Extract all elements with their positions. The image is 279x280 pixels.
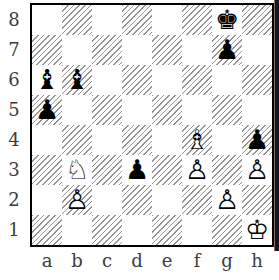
rank-label-4: 4 (0, 125, 28, 155)
square-c2[interactable] (92, 185, 122, 215)
piece-white-pawn-b2[interactable]: ♟♙ (62, 185, 92, 215)
square-f6[interactable] (182, 65, 212, 95)
square-h8[interactable] (242, 5, 272, 35)
square-b8[interactable] (62, 5, 92, 35)
square-f8[interactable] (182, 5, 212, 35)
square-f2[interactable] (182, 185, 212, 215)
square-d6[interactable] (122, 65, 152, 95)
square-a2[interactable] (32, 185, 62, 215)
square-a6[interactable]: ♝ (32, 65, 62, 95)
file-label-e: e (152, 246, 182, 276)
square-g8[interactable]: ♚ (212, 5, 242, 35)
file-label-f: f (182, 246, 212, 276)
square-d1[interactable] (122, 215, 152, 245)
square-b3[interactable]: ♞♘ (62, 155, 92, 185)
square-f7[interactable] (182, 35, 212, 65)
square-b7[interactable] (62, 35, 92, 65)
square-d4[interactable] (122, 125, 152, 155)
rank-label-5: 5 (0, 95, 28, 125)
square-g5[interactable] (212, 95, 242, 125)
rank-label-2: 2 (0, 185, 28, 215)
white-pawn-glyph: ♙ (62, 185, 92, 215)
square-c8[interactable] (92, 5, 122, 35)
square-c5[interactable] (92, 95, 122, 125)
square-b5[interactable] (62, 95, 92, 125)
piece-white-knight-b3[interactable]: ♞♘ (62, 155, 92, 185)
square-c6[interactable] (92, 65, 122, 95)
black-pawn-glyph: ♟ (242, 125, 272, 155)
rank-label-7: 7 (0, 35, 28, 65)
board-frame: ♚♟♝♝♟♝♗♟♞♘♟♟♙♟♙♟♙♟♙♚♔ (30, 3, 274, 247)
square-f5[interactable] (182, 95, 212, 125)
square-d8[interactable] (122, 5, 152, 35)
square-e4[interactable] (152, 125, 182, 155)
chess-diagram: 87654321 ♚♟♝♝♟♝♗♟♞♘♟♟♙♟♙♟♙♟♙♚♔ abcdefgh (0, 0, 279, 280)
square-g2[interactable]: ♟♙ (212, 185, 242, 215)
file-label-g: g (212, 246, 242, 276)
square-b1[interactable] (62, 215, 92, 245)
white-bishop-glyph: ♗ (182, 125, 212, 155)
piece-white-bishop-f4[interactable]: ♝♗ (182, 125, 212, 155)
chess-board: ♚♟♝♝♟♝♗♟♞♘♟♟♙♟♙♟♙♟♙♚♔ (32, 5, 272, 245)
file-label-c: c (92, 246, 122, 276)
black-king-glyph: ♚ (212, 5, 242, 35)
square-a1[interactable] (32, 215, 62, 245)
square-e1[interactable] (152, 215, 182, 245)
square-e5[interactable] (152, 95, 182, 125)
square-h2[interactable] (242, 185, 272, 215)
square-a3[interactable] (32, 155, 62, 185)
square-c4[interactable] (92, 125, 122, 155)
piece-black-pawn-a5[interactable]: ♟ (32, 95, 62, 125)
square-b4[interactable] (62, 125, 92, 155)
rank-label-6: 6 (0, 65, 28, 95)
square-d2[interactable] (122, 185, 152, 215)
black-bishop-glyph: ♝ (62, 65, 92, 95)
square-c3[interactable] (92, 155, 122, 185)
file-label-a: a (32, 246, 62, 276)
piece-black-pawn-h4[interactable]: ♟ (242, 125, 272, 155)
square-a4[interactable] (32, 125, 62, 155)
square-d7[interactable] (122, 35, 152, 65)
square-g4[interactable] (212, 125, 242, 155)
square-h1[interactable]: ♚♔ (242, 215, 272, 245)
page-edge-strip (274, 0, 279, 251)
black-bishop-glyph: ♝ (32, 65, 62, 95)
piece-white-pawn-f3[interactable]: ♟♙ (182, 155, 212, 185)
file-label-d: d (122, 246, 152, 276)
black-pawn-glyph: ♟ (32, 95, 62, 125)
square-g3[interactable] (212, 155, 242, 185)
square-d3[interactable]: ♟ (122, 155, 152, 185)
black-pawn-glyph: ♟ (122, 155, 152, 185)
black-pawn-glyph: ♟ (212, 35, 242, 65)
square-a5[interactable]: ♟ (32, 95, 62, 125)
square-d5[interactable] (122, 95, 152, 125)
square-g1[interactable] (212, 215, 242, 245)
square-e2[interactable] (152, 185, 182, 215)
white-knight-glyph: ♘ (62, 155, 92, 185)
square-e8[interactable] (152, 5, 182, 35)
square-h7[interactable] (242, 35, 272, 65)
square-c1[interactable] (92, 215, 122, 245)
square-e6[interactable] (152, 65, 182, 95)
square-e7[interactable] (152, 35, 182, 65)
square-h3[interactable]: ♟♙ (242, 155, 272, 185)
piece-black-pawn-g7[interactable]: ♟ (212, 35, 242, 65)
rank-label-1: 1 (0, 215, 28, 245)
piece-white-pawn-h3[interactable]: ♟♙ (242, 155, 272, 185)
white-pawn-glyph: ♙ (242, 155, 272, 185)
piece-white-king-h1[interactable]: ♚♔ (242, 215, 272, 245)
piece-black-bishop-a6[interactable]: ♝ (32, 65, 62, 95)
white-pawn-glyph: ♙ (212, 185, 242, 215)
square-c7[interactable] (92, 35, 122, 65)
piece-black-pawn-d3[interactable]: ♟ (122, 155, 152, 185)
square-h4[interactable]: ♟ (242, 125, 272, 155)
square-f3[interactable]: ♟♙ (182, 155, 212, 185)
file-label-h: h (242, 246, 272, 276)
square-f1[interactable] (182, 215, 212, 245)
white-pawn-glyph: ♙ (182, 155, 212, 185)
square-a8[interactable] (32, 5, 62, 35)
rank-label-3: 3 (0, 155, 28, 185)
rank-label-8: 8 (0, 5, 28, 35)
square-f4[interactable]: ♝♗ (182, 125, 212, 155)
square-e3[interactable] (152, 155, 182, 185)
square-b6[interactable]: ♝ (62, 65, 92, 95)
file-label-b: b (62, 246, 92, 276)
square-g7[interactable]: ♟ (212, 35, 242, 65)
square-h5[interactable] (242, 95, 272, 125)
white-king-glyph: ♔ (242, 215, 272, 245)
square-a7[interactable] (32, 35, 62, 65)
rank-labels: 87654321 (0, 5, 28, 245)
square-b2[interactable]: ♟♙ (62, 185, 92, 215)
file-labels: abcdefgh (32, 246, 272, 276)
piece-black-king-g8[interactable]: ♚ (212, 5, 242, 35)
piece-black-bishop-b6[interactable]: ♝ (62, 65, 92, 95)
piece-white-pawn-g2[interactable]: ♟♙ (212, 185, 242, 215)
square-g6[interactable] (212, 65, 242, 95)
square-h6[interactable] (242, 65, 272, 95)
